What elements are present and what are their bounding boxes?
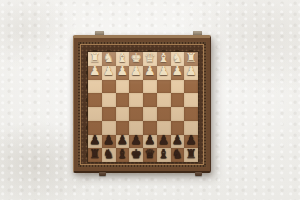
board-square [184, 107, 198, 121]
piece-white-pawn: ♟ [144, 65, 155, 78]
board-square [143, 93, 157, 107]
board-square: ♟ [143, 66, 157, 80]
piece-white-pawn: ♟ [103, 65, 114, 78]
board-square: ♜ [184, 148, 198, 162]
board-square: ♛ [143, 148, 157, 162]
piece-black-rook: ♜ [89, 148, 100, 161]
board-square [88, 80, 102, 94]
piece-black-pawn: ♟ [117, 134, 128, 147]
latch-icon [99, 172, 106, 176]
board-square [143, 80, 157, 94]
board-square [129, 80, 143, 94]
board-square [129, 93, 143, 107]
board-square: ♟ [116, 66, 130, 80]
board-square [129, 107, 143, 121]
piece-white-rook: ♜ [186, 52, 197, 65]
piece-black-knight: ♞ [172, 148, 183, 161]
piece-black-knight: ♞ [103, 148, 114, 161]
board-square: ♟ [102, 66, 116, 80]
board-square [102, 80, 116, 94]
latch-icon [195, 172, 202, 176]
piece-black-pawn: ♟ [172, 134, 183, 147]
board-square [171, 107, 185, 121]
piece-white-rook: ♜ [89, 52, 100, 65]
chess-board: ♜♞♝♚♛♝♞♜♟♟♟♟♟♟♟♟♟♟♟♟♟♟♟♟♜♞♝♚♛♝♞♜ [73, 35, 211, 173]
piece-black-bishop: ♝ [117, 148, 128, 161]
board-square [184, 80, 198, 94]
board-square [143, 107, 157, 121]
board-square [102, 107, 116, 121]
board-scallop-border: ♜♞♝♚♛♝♞♜♟♟♟♟♟♟♟♟♟♟♟♟♟♟♟♟♜♞♝♚♛♝♞♜ [80, 44, 204, 165]
piece-black-pawn: ♟ [89, 134, 100, 147]
board-square [88, 93, 102, 107]
board-square [88, 107, 102, 121]
piece-white-pawn: ♟ [89, 65, 100, 78]
piece-white-king: ♚ [131, 52, 142, 65]
board-square: ♝ [116, 148, 130, 162]
piece-black-king: ♚ [131, 148, 142, 161]
piece-black-pawn: ♟ [131, 134, 142, 147]
board-frame: ♜♞♝♚♛♝♞♜♟♟♟♟♟♟♟♟♟♟♟♟♟♟♟♟♜♞♝♚♛♝♞♜ [77, 41, 207, 168]
board-square [184, 93, 198, 107]
piece-white-bishop: ♝ [117, 52, 128, 65]
piece-black-pawn: ♟ [186, 134, 197, 147]
board-square [171, 80, 185, 94]
board-square: ♟ [171, 66, 185, 80]
board-square [157, 93, 171, 107]
board-square [102, 93, 116, 107]
board-square: ♜ [88, 148, 102, 162]
piece-black-bishop: ♝ [158, 148, 169, 161]
board-square: ♟ [88, 66, 102, 80]
piece-black-pawn: ♟ [158, 134, 169, 147]
piece-black-pawn: ♟ [144, 134, 155, 147]
board-square: ♟ [157, 66, 171, 80]
piece-white-knight: ♞ [172, 52, 183, 65]
piece-black-rook: ♜ [186, 148, 197, 161]
piece-white-pawn: ♟ [172, 65, 183, 78]
board-square [116, 107, 130, 121]
piece-white-pawn: ♟ [117, 65, 128, 78]
piece-white-queen: ♛ [144, 52, 155, 65]
board-square [116, 80, 130, 94]
board-square [171, 93, 185, 107]
board-square [157, 80, 171, 94]
piece-white-pawn: ♟ [186, 65, 197, 78]
piece-white-pawn: ♟ [131, 65, 142, 78]
board-square [116, 93, 130, 107]
piece-white-pawn: ♟ [158, 65, 169, 78]
piece-white-bishop: ♝ [158, 52, 169, 65]
board-square: ♟ [129, 66, 143, 80]
piece-white-knight: ♞ [103, 52, 114, 65]
board-square: ♞ [102, 148, 116, 162]
board-square: ♞ [171, 148, 185, 162]
piece-black-queen: ♛ [144, 148, 155, 161]
board-square: ♚ [129, 148, 143, 162]
board-square [157, 107, 171, 121]
piece-black-pawn: ♟ [103, 134, 114, 147]
photo-background: ♜♞♝♚♛♝♞♜♟♟♟♟♟♟♟♟♟♟♟♟♟♟♟♟♜♞♝♚♛♝♞♜ [0, 0, 300, 200]
board-square: ♟ [184, 66, 198, 80]
board-grid: ♜♞♝♚♛♝♞♜♟♟♟♟♟♟♟♟♟♟♟♟♟♟♟♟♜♞♝♚♛♝♞♜ [88, 52, 198, 162]
board-square: ♝ [157, 148, 171, 162]
